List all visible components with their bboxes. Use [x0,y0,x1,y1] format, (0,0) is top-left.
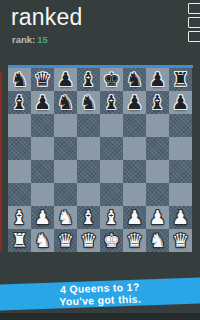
square-h1[interactable]: ♛ [169,229,192,252]
square-c2[interactable]: ♞ [54,206,77,229]
square-g3[interactable] [146,183,169,206]
square-f7[interactable]: ♟ [123,91,146,114]
black-pawn[interactable]: ♟ [123,91,146,114]
square-a5[interactable] [8,137,31,160]
square-h4[interactable] [169,160,192,183]
square-g4[interactable] [146,160,169,183]
square-a2[interactable]: ♝ [8,206,31,229]
square-c8[interactable]: ♟ [54,68,77,91]
square-g5[interactable] [146,137,169,160]
black-knight[interactable]: ♞ [8,68,31,91]
square-f2[interactable]: ♟ [123,206,146,229]
white-queen[interactable]: ♛ [123,229,146,252]
menu-bar [188,31,200,42]
square-a3[interactable] [8,183,31,206]
square-b7[interactable]: ♟ [31,91,54,114]
square-e5[interactable] [100,137,123,160]
square-c5[interactable] [54,137,77,160]
square-b2[interactable]: ♟ [31,206,54,229]
square-f6[interactable] [123,114,146,137]
square-a8[interactable]: ♞ [8,68,31,91]
white-king[interactable]: ♚ [100,229,123,252]
bottom-shadow-strip [0,313,200,320]
square-e7[interactable]: ♝ [100,91,123,114]
square-b8[interactable]: ♛ [31,68,54,91]
square-b5[interactable] [31,137,54,160]
black-knight[interactable]: ♞ [123,68,146,91]
white-queen[interactable]: ♛ [77,229,100,252]
square-e4[interactable] [100,160,123,183]
square-h7[interactable]: ♟ [169,91,192,114]
square-a4[interactable] [8,160,31,183]
square-h3[interactable] [169,183,192,206]
square-g2[interactable]: ♟ [146,206,169,229]
white-queen[interactable]: ♛ [54,229,77,252]
square-h2[interactable]: ♟ [169,206,192,229]
square-b1[interactable]: ♞ [31,229,54,252]
black-pawn[interactable]: ♟ [169,91,192,114]
black-bishop[interactable]: ♝ [8,91,31,114]
square-d6[interactable] [77,114,100,137]
square-c3[interactable] [54,183,77,206]
white-knight[interactable]: ♞ [146,229,169,252]
page-title: ranked [11,4,83,31]
rank-label: rank: [12,34,35,45]
square-a1[interactable]: ♜ [8,229,31,252]
black-pawn[interactable]: ♟ [54,68,77,91]
white-pawn[interactable]: ♟ [146,206,169,229]
square-e2[interactable]: ♝ [100,206,123,229]
white-queen[interactable]: ♛ [169,229,192,252]
white-rook[interactable]: ♜ [8,229,31,252]
square-e6[interactable] [100,114,123,137]
square-d3[interactable] [77,183,100,206]
black-rook[interactable]: ♜ [169,68,192,91]
black-king[interactable]: ♚ [100,68,123,91]
square-b3[interactable] [31,183,54,206]
square-f5[interactable] [123,137,146,160]
square-g7[interactable]: ♝ [146,91,169,114]
black-pawn[interactable]: ♟ [146,68,169,91]
black-knight[interactable]: ♞ [77,91,100,114]
white-bishop[interactable]: ♝ [77,206,100,229]
square-h8[interactable]: ♜ [169,68,192,91]
square-d4[interactable] [77,160,100,183]
square-e3[interactable] [100,183,123,206]
square-g6[interactable] [146,114,169,137]
hint-line-2: You've got this. [59,293,141,308]
square-d1[interactable]: ♛ [77,229,100,252]
square-g8[interactable]: ♟ [146,68,169,91]
white-pawn[interactable]: ♟ [169,206,192,229]
menu-bar [188,17,200,28]
square-d5[interactable] [77,137,100,160]
square-e1[interactable]: ♚ [100,229,123,252]
white-knight[interactable]: ♞ [31,229,54,252]
black-knight[interactable]: ♞ [54,91,77,114]
chess-board[interactable]: ♞♛♟♝♚♞♟♜♝♟♞♞♝♟♝♟♝♟♞♝♝♟♟♟♜♞♛♛♚♛♞♛ [8,68,192,252]
square-d8[interactable]: ♝ [77,68,100,91]
square-f8[interactable]: ♞ [123,68,146,91]
square-c7[interactable]: ♞ [54,91,77,114]
black-queen[interactable]: ♛ [31,68,54,91]
square-b6[interactable] [31,114,54,137]
square-d2[interactable]: ♝ [77,206,100,229]
black-bishop[interactable]: ♝ [100,91,123,114]
square-f1[interactable]: ♛ [123,229,146,252]
square-h6[interactable] [169,114,192,137]
square-a7[interactable]: ♝ [8,91,31,114]
white-bishop[interactable]: ♝ [100,206,123,229]
square-c4[interactable] [54,160,77,183]
square-f3[interactable] [123,183,146,206]
rank-value: 15 [37,34,48,45]
square-f4[interactable] [123,160,146,183]
white-bishop[interactable]: ♝ [8,206,31,229]
black-bishop[interactable]: ♝ [146,91,169,114]
white-knight[interactable]: ♞ [54,206,77,229]
black-pawn[interactable]: ♟ [31,91,54,114]
hint-banner: 4 Queens to 1? You've got this. [0,277,200,311]
square-g1[interactable]: ♞ [146,229,169,252]
square-a6[interactable] [8,114,31,137]
square-h5[interactable] [169,137,192,160]
square-c1[interactable]: ♛ [54,229,77,252]
screen-edge-red-stripe [0,72,2,252]
square-e8[interactable]: ♚ [100,68,123,91]
square-d7[interactable]: ♞ [77,91,100,114]
rank-display: rank:15 [12,34,48,45]
black-bishop[interactable]: ♝ [77,68,100,91]
white-pawn[interactable]: ♟ [31,206,54,229]
hamburger-menu-icon[interactable] [188,3,200,42]
square-c6[interactable] [54,114,77,137]
menu-bar [188,3,200,14]
square-b4[interactable] [31,160,54,183]
white-pawn[interactable]: ♟ [123,206,146,229]
